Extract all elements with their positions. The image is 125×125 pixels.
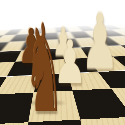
chess-photo: ♟♞♟♟♟ xyxy=(0,0,125,125)
pieces-layer: ♟♞♟♟♟ xyxy=(0,0,125,125)
white-pawn-right: ♟ xyxy=(81,3,119,81)
